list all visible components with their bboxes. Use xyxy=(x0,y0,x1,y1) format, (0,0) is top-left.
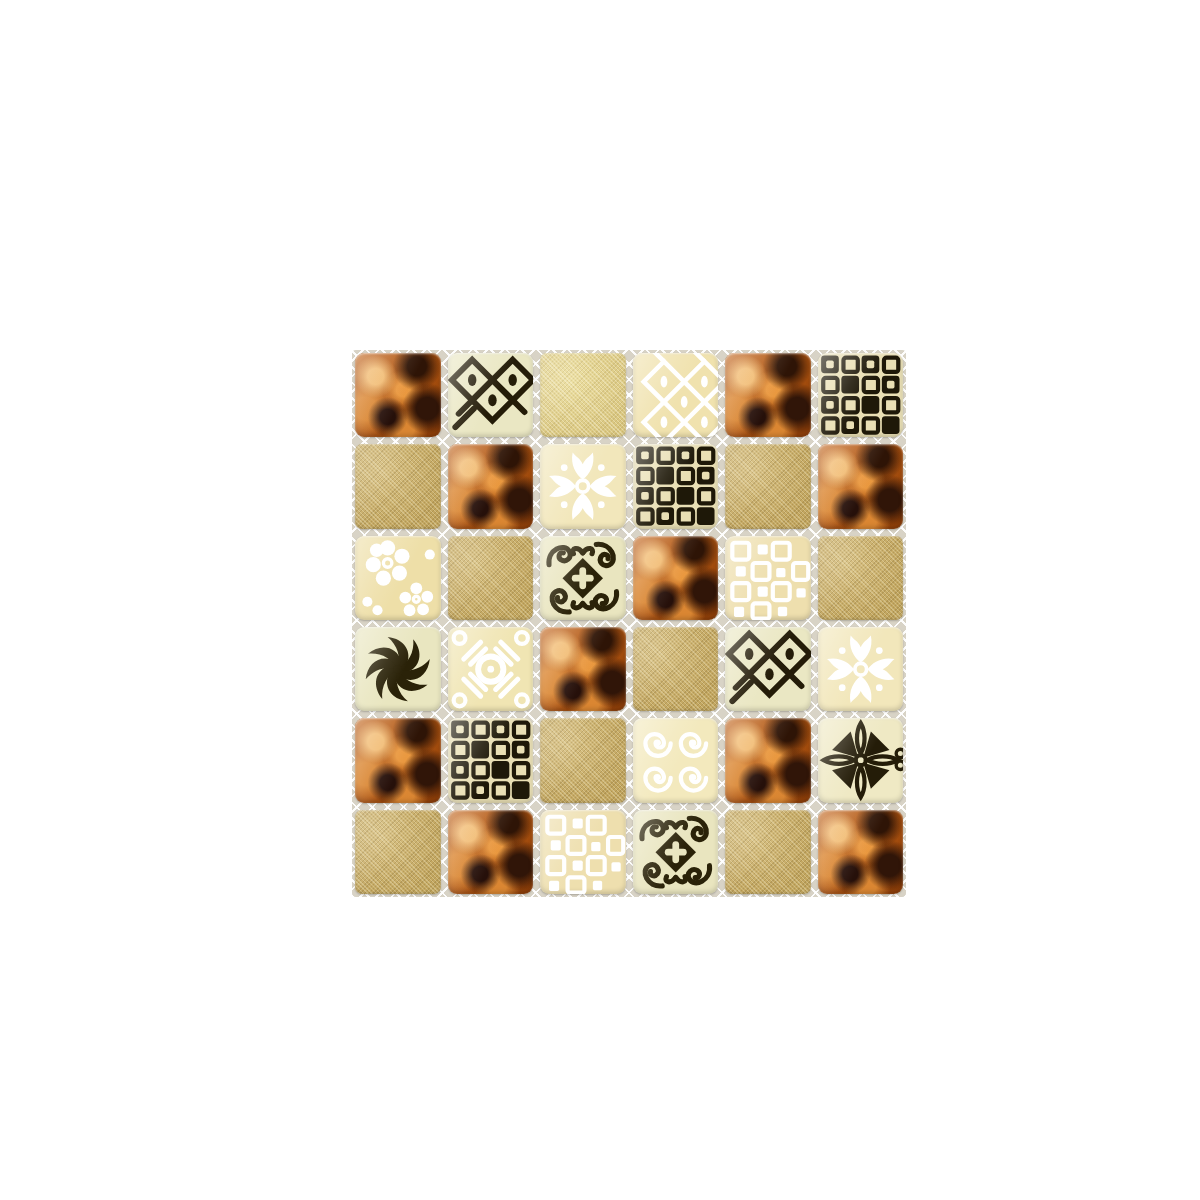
glass-gloss-highlight xyxy=(355,353,441,437)
black-star-flower-pattern xyxy=(818,718,904,802)
tile-r3c5-white-squares-grid xyxy=(725,536,811,620)
tile-r3c2-gold-sandstone xyxy=(448,536,534,620)
glass-gloss-highlight xyxy=(540,627,626,711)
tile-r4c5-black-diamond-lattice xyxy=(725,627,811,711)
tile-r3c6-gold-sandstone xyxy=(818,536,904,620)
tile-r5c5-tortoiseshell-leopard-glass xyxy=(725,718,811,802)
white-squares-grid-pattern xyxy=(725,536,811,620)
tile-r2c3-white-petal-flower xyxy=(540,444,626,528)
glass-gloss-highlight xyxy=(818,810,904,894)
glass-gloss-highlight xyxy=(725,810,811,894)
glass-gloss-highlight xyxy=(540,718,626,802)
black-diamond-lattice-pattern xyxy=(725,627,811,711)
tile-r6c4-black-damask-ornament xyxy=(633,810,719,894)
white-squares-grid-pattern xyxy=(540,810,626,894)
tile-r2c5-gold-sandstone xyxy=(725,444,811,528)
tile-r2c1-gold-sandstone xyxy=(355,444,441,528)
white-diamond-lattice-pattern xyxy=(633,353,719,437)
glass-gloss-highlight xyxy=(725,444,811,528)
tile-r3c1-white-floral-ornament xyxy=(355,536,441,620)
black-pinwheel-pattern xyxy=(355,627,441,711)
white-petal-flower-pattern xyxy=(818,627,904,711)
glass-gloss-highlight xyxy=(355,810,441,894)
white-tribal-circles-pattern xyxy=(448,627,534,711)
tile-r2c6-tortoiseshell-leopard-glass xyxy=(818,444,904,528)
tile-r1c5-tortoiseshell-leopard-glass xyxy=(725,353,811,437)
black-damask-ornament-pattern xyxy=(633,810,719,894)
black-squares-grid-pattern xyxy=(448,718,534,802)
tile-r4c4-gold-sandstone xyxy=(633,627,719,711)
glass-gloss-highlight xyxy=(355,444,441,528)
tile-r5c3-gold-sandstone xyxy=(540,718,626,802)
glass-gloss-highlight xyxy=(448,536,534,620)
product-photo-canvas xyxy=(0,0,1200,1200)
white-petal-flower-pattern xyxy=(540,444,626,528)
glass-gloss-highlight xyxy=(448,444,534,528)
tile-r6c6-tortoiseshell-leopard-glass xyxy=(818,810,904,894)
black-squares-grid-pattern xyxy=(818,353,904,437)
tile-r4c1-black-pinwheel-swirl xyxy=(355,627,441,711)
glass-gloss-highlight xyxy=(725,718,811,802)
tile-r5c1-tortoiseshell-leopard-glass xyxy=(355,718,441,802)
tile-r4c3-tortoiseshell-leopard-glass xyxy=(540,627,626,711)
tile-r6c5-gold-sandstone xyxy=(725,810,811,894)
glass-gloss-highlight xyxy=(355,718,441,802)
glass-gloss-highlight xyxy=(540,353,626,437)
tile-r6c2-tortoiseshell-leopard-glass xyxy=(448,810,534,894)
tile-r2c4-black-squares-grid xyxy=(633,444,719,528)
black-diamond-lattice-pattern xyxy=(448,353,534,437)
tile-r6c3-white-squares-grid xyxy=(540,810,626,894)
glass-gloss-highlight xyxy=(633,536,719,620)
glass-gloss-highlight xyxy=(725,353,811,437)
tile-r6c1-gold-sandstone xyxy=(355,810,441,894)
white-floral-ornament-pattern xyxy=(355,536,441,620)
tile-r1c6-black-squares-grid xyxy=(818,353,904,437)
tile-r5c2-black-squares-grid xyxy=(448,718,534,802)
tile-r4c6-white-petal-flower xyxy=(818,627,904,711)
glass-gloss-highlight xyxy=(448,810,534,894)
tile-r4c2-white-tribal-circles xyxy=(448,627,534,711)
tile-r5c6-black-star-flower xyxy=(818,718,904,802)
tile-r1c3-gold-sandstone-light xyxy=(540,353,626,437)
tile-r3c3-black-damask-ornament xyxy=(540,536,626,620)
glass-gloss-highlight xyxy=(818,444,904,528)
tile-r2c2-tortoiseshell-leopard-glass xyxy=(448,444,534,528)
glass-gloss-highlight xyxy=(633,627,719,711)
tile-r5c4-white-spirals xyxy=(633,718,719,802)
glass-gloss-highlight xyxy=(818,536,904,620)
tile-r3c4-tortoiseshell-leopard-glass xyxy=(633,536,719,620)
tile-r1c4-white-diamond-lattice xyxy=(633,353,719,437)
tile-r1c2-black-diamond-lattice xyxy=(448,353,534,437)
tile-r1c1-tortoiseshell-leopard-glass xyxy=(355,353,441,437)
white-spirals-pattern xyxy=(633,718,719,802)
black-damask-ornament-pattern xyxy=(540,536,626,620)
mosaic-sheet xyxy=(352,350,906,897)
black-squares-grid-pattern xyxy=(633,444,719,528)
